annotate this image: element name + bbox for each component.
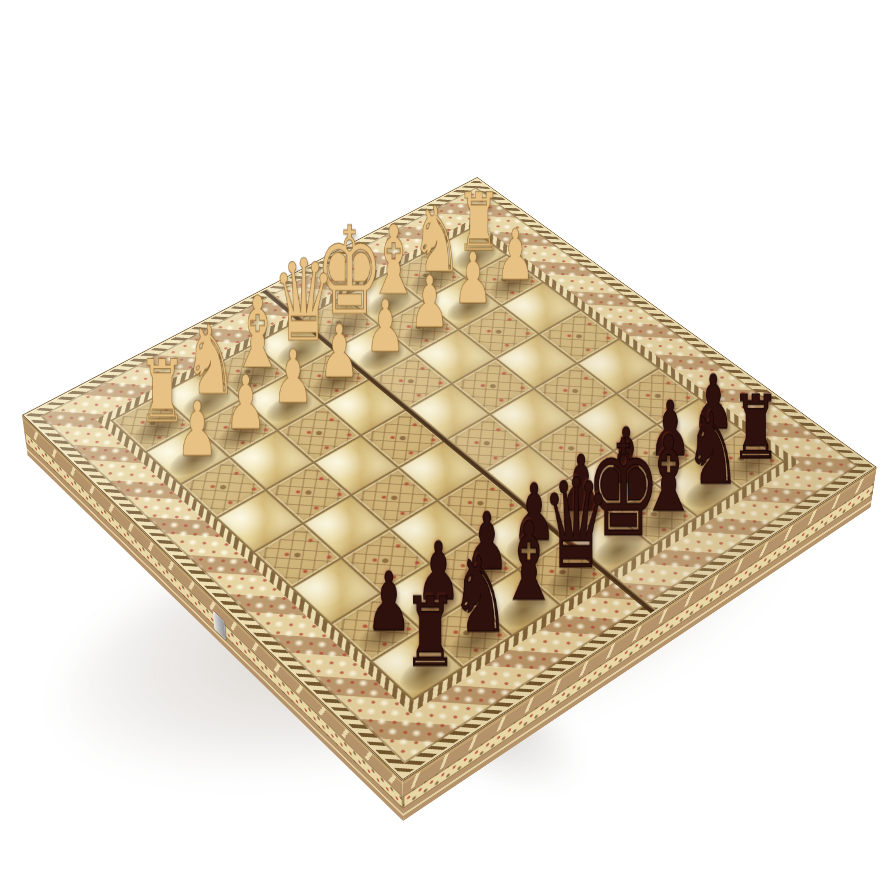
piece-white-pawn: ♟ (147, 391, 248, 467)
piece-black-rook: ♜ (375, 584, 485, 680)
chess-board: ♜♞♝♛♚♝♞♜♟♟♟♟♟♟♟♟♟♟♟♟♟♟♟♟♜♞♝♛♚♝♞♜ (22, 177, 877, 780)
scene: ♜♞♝♛♚♝♞♜♟♟♟♟♟♟♟♟♟♟♟♟♟♟♟♟♜♞♝♛♚♝♞♜ (0, 0, 880, 880)
photo-backdrop: ♜♞♝♛♚♝♞♜♟♟♟♟♟♟♟♟♟♟♟♟♟♟♟♟♜♞♝♛♚♝♞♜ (0, 0, 880, 880)
